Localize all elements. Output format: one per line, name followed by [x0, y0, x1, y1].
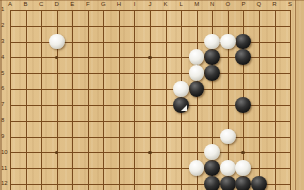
column-label-R: R — [268, 0, 282, 7]
white-stone-D3[interactable] — [49, 34, 65, 50]
row-label-3: 3 — [1, 38, 10, 45]
star-point-J10 — [148, 151, 152, 155]
white-stone-N3[interactable] — [204, 34, 220, 50]
board-top-edge — [0, 0, 304, 1]
board-right-edge — [295, 0, 304, 190]
column-label-L: L — [174, 0, 188, 7]
column-label-I: I — [127, 0, 141, 7]
column-label-G: G — [96, 0, 110, 7]
column-label-P: P — [236, 0, 250, 7]
column-label-D: D — [50, 0, 64, 7]
row-label-2: 2 — [1, 22, 10, 29]
column-label-H: H — [112, 0, 126, 7]
row-label-9: 9 — [1, 133, 10, 140]
black-stone-O12[interactable] — [220, 176, 236, 190]
white-stone-L6[interactable] — [173, 81, 189, 97]
go-board[interactable] — [2, 2, 297, 190]
row-label-6: 6 — [1, 85, 10, 92]
white-stone-P11[interactable] — [235, 160, 251, 176]
go-board-app: ABCDEFGHIJKLMNOPQRS 123456789101112 — [0, 0, 304, 190]
white-stone-O3[interactable] — [220, 34, 236, 50]
black-stone-N12[interactable] — [204, 176, 220, 190]
white-stone-M5[interactable] — [189, 65, 205, 81]
star-point-P10 — [241, 151, 245, 155]
board-left-edge — [0, 0, 2, 190]
column-label-M: M — [190, 0, 204, 7]
row-label-10: 10 — [1, 149, 10, 156]
column-label-F: F — [81, 0, 95, 7]
column-label-K: K — [159, 0, 173, 7]
row-label-8: 8 — [1, 117, 10, 124]
star-point-J4 — [148, 56, 152, 60]
black-stone-P7[interactable] — [235, 97, 251, 113]
column-label-C: C — [34, 0, 48, 7]
row-label-11: 11 — [1, 165, 10, 172]
white-stone-M4[interactable] — [189, 49, 205, 65]
column-label-J: J — [143, 0, 157, 7]
column-label-Q: Q — [252, 0, 266, 7]
row-label-5: 5 — [1, 70, 10, 77]
column-label-B: B — [19, 0, 33, 7]
row-label-4: 4 — [1, 54, 10, 61]
white-stone-M11[interactable] — [189, 160, 205, 176]
black-stone-P4[interactable] — [235, 49, 251, 65]
white-stone-O9[interactable] — [220, 129, 236, 145]
white-stone-N10[interactable] — [204, 144, 220, 160]
white-stone-O11[interactable] — [220, 160, 236, 176]
star-point-D4 — [55, 56, 59, 60]
column-label-O: O — [221, 0, 235, 7]
last-move-marker — [181, 105, 187, 111]
row-label-12: 12 — [1, 180, 10, 187]
black-stone-M6[interactable] — [189, 81, 205, 97]
star-point-D10 — [55, 151, 59, 155]
column-label-N: N — [205, 0, 219, 7]
black-stone-P12[interactable] — [235, 176, 251, 190]
black-stone-N4[interactable] — [204, 49, 220, 65]
row-label-7: 7 — [1, 101, 10, 108]
black-stone-N11[interactable] — [204, 160, 220, 176]
column-label-E: E — [65, 0, 79, 7]
black-stone-Q12[interactable] — [251, 176, 267, 190]
black-stone-L7[interactable] — [173, 97, 189, 113]
row-label-1: 1 — [1, 6, 10, 13]
black-stone-P3[interactable] — [235, 34, 251, 50]
black-stone-N5[interactable] — [204, 65, 220, 81]
